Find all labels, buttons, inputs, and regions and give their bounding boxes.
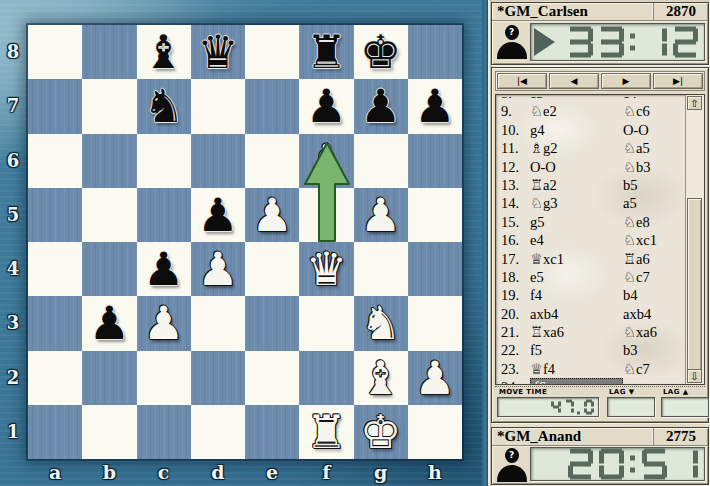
file-label-b: b xyxy=(82,459,136,486)
white-move[interactable]: g4 xyxy=(530,121,623,139)
chess-app-window: 87654321abcdefgh ♝♛♜♚♞♟♟♟♟♟♟♟♟♟♛♟♟♞♝♟♜♚ … xyxy=(0,0,710,486)
previous-move-button[interactable]: ◀ xyxy=(549,73,599,89)
square-b4[interactable] xyxy=(82,242,136,296)
black-piece-g7[interactable]: ♟ xyxy=(354,79,408,133)
move-number: 10. xyxy=(501,121,528,139)
white-move[interactable]: e4 xyxy=(530,231,623,249)
white-move[interactable]: g5 xyxy=(530,213,623,231)
move-row: 18.e5♘c7 xyxy=(496,268,685,286)
black-piece-c7[interactable]: ♞ xyxy=(137,79,191,133)
square-a1[interactable] xyxy=(28,405,82,459)
move-number: 24. xyxy=(501,378,528,384)
player-bottom-clock xyxy=(530,447,705,481)
white-move[interactable]: ♕f4 xyxy=(530,360,623,378)
square-a3[interactable] xyxy=(28,296,82,350)
move-time-field xyxy=(497,397,599,417)
player-top-rating: 2870 xyxy=(653,3,708,20)
square-e2[interactable] xyxy=(245,351,299,405)
last-move-button[interactable]: ▶| xyxy=(653,73,703,89)
square-h3[interactable] xyxy=(408,296,462,350)
move-row: 10.g4O-O xyxy=(496,121,685,139)
move-row: 24.f6 xyxy=(496,378,685,384)
square-a6[interactable] xyxy=(28,134,82,188)
white-move[interactable]: f5 xyxy=(530,341,623,359)
scroll-up-icon[interactable]: ⇧ xyxy=(687,96,702,110)
black-move[interactable]: b4 xyxy=(623,286,638,304)
rank-label-7: 7 xyxy=(0,79,26,133)
square-f2[interactable] xyxy=(299,351,353,405)
white-move[interactable]: ♖a2 xyxy=(530,176,623,194)
file-label-c: c xyxy=(137,459,191,486)
move-rows: 8.e3c49.♘e2♘c610.g4O-O11.♗g2♘a512.O-O♘b3… xyxy=(496,97,685,384)
white-move[interactable]: ♘g3 xyxy=(530,194,623,212)
move-list-scrollbar[interactable]: ⇧ ⇩ xyxy=(685,95,704,384)
move-number: 9. xyxy=(501,102,528,120)
timing-footer: MOVE TIME LAG ▼ LAG ▲ xyxy=(495,386,705,419)
move-number: 19. xyxy=(501,286,528,304)
player-top-avatar-icon: ? xyxy=(497,25,527,59)
player-top-clock-digits xyxy=(568,27,699,58)
move-number: 22. xyxy=(501,341,528,359)
square-d6[interactable] xyxy=(191,134,245,188)
rank-label-6: 6 xyxy=(0,134,26,188)
white-piece-e5[interactable]: ♟ xyxy=(245,188,299,242)
square-d1[interactable] xyxy=(191,405,245,459)
square-e4[interactable] xyxy=(245,242,299,296)
square-b7[interactable] xyxy=(82,79,136,133)
player-bottom-name-row: *GM_Anand 2775 xyxy=(492,428,708,446)
game-info-panel: *GM_Carlsen 2870 ? |◀ ◀ ▶ ▶| 8.e3c49.♘e2… xyxy=(488,0,710,486)
rank-label-5: 5 xyxy=(0,188,26,242)
square-h4[interactable] xyxy=(408,242,462,296)
square-c1[interactable] xyxy=(137,405,191,459)
file-label-d: d xyxy=(191,459,245,486)
move-number: 12. xyxy=(501,158,528,176)
move-number: 14. xyxy=(501,194,528,212)
square-b2[interactable] xyxy=(82,351,136,405)
black-move[interactable]: ♘b3 xyxy=(623,158,651,176)
move-row: 9.♘e2♘c6 xyxy=(496,102,685,120)
square-g4[interactable] xyxy=(354,242,408,296)
move-number: 18. xyxy=(501,268,528,286)
next-move-button[interactable]: ▶ xyxy=(601,73,651,89)
square-g6[interactable] xyxy=(354,134,408,188)
move-row: 23.♕f4♘c7 xyxy=(496,360,685,378)
square-h5[interactable] xyxy=(408,188,462,242)
player-bottom-avatar-icon: ? xyxy=(497,448,527,482)
player-panel-top: *GM_Carlsen 2870 ? xyxy=(491,2,709,65)
black-piece-d5[interactable]: ♟ xyxy=(191,188,245,242)
square-e3[interactable] xyxy=(245,296,299,350)
file-label-f: f xyxy=(299,459,353,486)
move-row: 14.♘g3a5 xyxy=(496,194,685,212)
square-h1[interactable] xyxy=(408,405,462,459)
rank-label-2: 2 xyxy=(0,351,26,405)
white-piece-f4[interactable]: ♛ xyxy=(299,242,353,296)
white-piece-g5[interactable]: ♟ xyxy=(354,188,408,242)
move-time-label: MOVE TIME xyxy=(499,388,547,396)
player-top-name-row: *GM_Carlsen 2870 xyxy=(492,3,708,21)
lag-down-label: LAG ▼ xyxy=(609,388,634,396)
square-c6[interactable] xyxy=(137,134,191,188)
black-move[interactable]: ♘e8 xyxy=(623,213,650,231)
white-move[interactable]: axb4 xyxy=(530,305,623,323)
black-move[interactable]: b3 xyxy=(623,341,638,359)
lag-up-label: LAG ▲ xyxy=(663,388,688,396)
player-bottom-clock-digits xyxy=(568,449,699,480)
white-move[interactable]: ♘e2 xyxy=(530,102,623,120)
file-label-h: h xyxy=(408,459,462,486)
black-move[interactable]: ♘a5 xyxy=(623,139,650,157)
move-number: 16. xyxy=(501,231,528,249)
player-bottom-rating: 2775 xyxy=(653,428,708,445)
white-move[interactable]: ♕xc1 xyxy=(530,250,623,268)
square-a5[interactable] xyxy=(28,188,82,242)
lag-down-field xyxy=(607,397,655,417)
move-row: 13.♖a2b5 xyxy=(496,176,685,194)
movelist-panel: |◀ ◀ ▶ ▶| 8.e3c49.♘e2♘c610.g4O-O11.♗g2♘a… xyxy=(491,67,709,423)
black-piece-c4[interactable]: ♟ xyxy=(137,242,191,296)
player-bottom-name: *GM_Anand xyxy=(497,428,581,445)
square-b1[interactable] xyxy=(82,405,136,459)
black-move[interactable]: axb4 xyxy=(623,305,651,323)
square-a2[interactable] xyxy=(28,351,82,405)
black-move[interactable]: a5 xyxy=(623,194,637,212)
square-c2[interactable] xyxy=(137,351,191,405)
turn-indicator-icon xyxy=(534,28,555,56)
white-move[interactable]: f4 xyxy=(530,286,623,304)
player-panel-bottom: *GM_Anand 2775 ? xyxy=(491,427,709,485)
white-move[interactable]: ♗g2 xyxy=(530,139,623,157)
square-b8[interactable] xyxy=(82,25,136,79)
move-time-value xyxy=(551,400,594,415)
white-move[interactable]: e5 xyxy=(530,268,623,286)
white-move[interactable]: f6 xyxy=(530,378,623,384)
black-move[interactable]: ♘c6 xyxy=(623,102,650,120)
white-piece-f1[interactable]: ♜ xyxy=(299,405,353,459)
move-row: 11.♗g2♘a5 xyxy=(496,139,685,157)
square-a7[interactable] xyxy=(28,79,82,133)
move-number: 13. xyxy=(501,176,528,194)
move-row: 19.f4b4 xyxy=(496,286,685,304)
white-piece-g1[interactable]: ♚ xyxy=(354,405,408,459)
black-move[interactable]: ♘xc1 xyxy=(623,231,657,249)
rank-label-4: 4 xyxy=(0,242,26,296)
square-c5[interactable] xyxy=(137,188,191,242)
rank-label-3: 3 xyxy=(0,296,26,350)
square-a8[interactable] xyxy=(28,25,82,79)
black-piece-f8[interactable]: ♜ xyxy=(299,25,353,79)
move-number: 15. xyxy=(501,213,528,231)
player-top-clock xyxy=(530,23,705,61)
move-row: 12.O-O♘b3 xyxy=(496,158,685,176)
rank-label-8: 8 xyxy=(0,25,26,79)
square-h6[interactable] xyxy=(408,134,462,188)
square-b5[interactable] xyxy=(82,188,136,242)
black-piece-c8[interactable]: ♝ xyxy=(137,25,191,79)
move-number: 17. xyxy=(501,250,528,268)
white-piece-g3[interactable]: ♞ xyxy=(354,296,408,350)
square-e1[interactable] xyxy=(245,405,299,459)
black-move[interactable]: ♘c7 xyxy=(623,360,650,378)
black-piece-f7[interactable]: ♟ xyxy=(299,79,353,133)
white-piece-h2[interactable]: ♟ xyxy=(408,351,462,405)
rank-label-1: 1 xyxy=(0,405,26,459)
square-d2[interactable] xyxy=(191,351,245,405)
lag-up-field xyxy=(661,397,709,417)
black-move[interactable]: ♘c7 xyxy=(623,268,650,286)
move-number: 23. xyxy=(501,360,528,378)
move-row: 17.♕xc1♖a6 xyxy=(496,250,685,268)
white-move[interactable]: O-O xyxy=(530,158,623,176)
file-label-e: e xyxy=(245,459,299,486)
square-d7[interactable] xyxy=(191,79,245,133)
white-piece-g2[interactable]: ♝ xyxy=(354,351,408,405)
move-row: 15.g5♘e8 xyxy=(496,213,685,231)
square-e7[interactable] xyxy=(245,79,299,133)
black-piece-h7[interactable]: ♟ xyxy=(408,79,462,133)
square-e6[interactable] xyxy=(245,134,299,188)
last-move-arrow xyxy=(301,137,353,245)
first-move-button[interactable]: |◀ xyxy=(497,73,547,89)
square-a4[interactable] xyxy=(28,242,82,296)
file-label-g: g xyxy=(354,459,408,486)
move-list: 8.e3c49.♘e2♘c610.g4O-O11.♗g2♘a512.O-O♘b3… xyxy=(495,94,705,385)
scrollbar-thumb[interactable] xyxy=(687,198,702,376)
square-b6[interactable] xyxy=(82,134,136,188)
file-label-a: a xyxy=(28,459,82,486)
square-d3[interactable] xyxy=(191,296,245,350)
white-piece-d4[interactable]: ♟ xyxy=(191,242,245,296)
black-move[interactable]: ♖a6 xyxy=(623,250,650,268)
player-top-name: *GM_Carlsen xyxy=(497,3,588,20)
move-navigation: |◀ ◀ ▶ ▶| xyxy=(495,71,705,91)
square-h8[interactable] xyxy=(408,25,462,79)
white-piece-c3[interactable]: ♟ xyxy=(137,296,191,350)
move-number: 11. xyxy=(501,139,528,157)
black-move[interactable]: b5 xyxy=(623,176,638,194)
chess-board: 87654321abcdefgh ♝♛♜♚♞♟♟♟♟♟♟♟♟♟♛♟♟♞♝♟♜♚ xyxy=(0,0,482,486)
black-piece-g8[interactable]: ♚ xyxy=(354,25,408,79)
move-row: 20.axb4axb4 xyxy=(496,305,685,323)
scroll-down-icon[interactable]: ⇩ xyxy=(687,369,702,383)
black-move[interactable]: O-O xyxy=(623,121,649,139)
square-f3[interactable] xyxy=(299,296,353,350)
black-piece-d8[interactable]: ♛ xyxy=(191,25,245,79)
white-move[interactable]: ♖xa6 xyxy=(530,323,623,341)
black-piece-b3[interactable]: ♟ xyxy=(82,296,136,350)
square-e8[interactable] xyxy=(245,25,299,79)
move-number: 21. xyxy=(501,323,528,341)
move-row: 22.f5b3 xyxy=(496,341,685,359)
move-row: 21.♖xa6♘xa6 xyxy=(496,323,685,341)
move-row: 16.e4♘xc1 xyxy=(496,231,685,249)
move-number: 20. xyxy=(501,305,528,323)
black-move[interactable]: ♘xa6 xyxy=(623,323,657,341)
